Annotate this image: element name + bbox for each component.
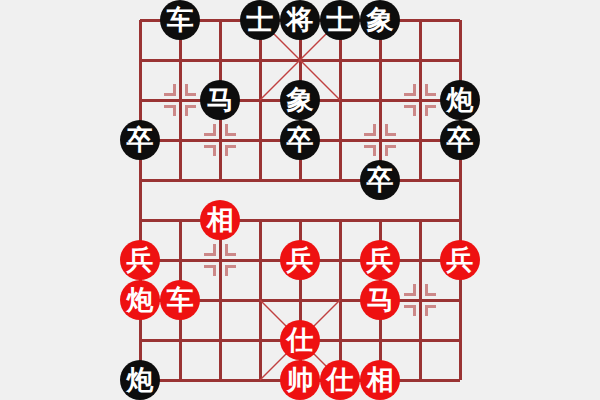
pieces-layer: 车士将士象马象炮卒卒卒卒炮相兵兵兵兵炮车马仕帅仕相	[120, 0, 480, 400]
xiangqi-board-screen: 车士将士象马象炮卒卒卒卒炮相兵兵兵兵炮车马仕帅仕相	[0, 0, 600, 400]
piece-red-general[interactable]: 帅	[280, 360, 320, 400]
piece-black-soldier[interactable]: 卒	[120, 120, 160, 160]
piece-black-soldier[interactable]: 卒	[440, 120, 480, 160]
piece-red-soldier[interactable]: 兵	[280, 240, 320, 280]
piece-black-horse[interactable]: 马	[200, 80, 240, 120]
piece-red-elephant[interactable]: 相	[200, 200, 240, 240]
piece-red-elephant[interactable]: 相	[360, 360, 400, 400]
piece-black-soldier[interactable]: 卒	[280, 120, 320, 160]
piece-black-chariot[interactable]: 车	[160, 0, 200, 40]
piece-red-cannon[interactable]: 炮	[120, 280, 160, 320]
piece-black-elephant[interactable]: 象	[280, 80, 320, 120]
piece-red-soldier[interactable]: 兵	[120, 240, 160, 280]
piece-red-soldier[interactable]: 兵	[360, 240, 400, 280]
piece-red-advisor[interactable]: 仕	[320, 360, 360, 400]
piece-black-elephant[interactable]: 象	[360, 0, 400, 40]
piece-red-advisor[interactable]: 仕	[280, 320, 320, 360]
piece-black-cannon[interactable]: 炮	[120, 360, 160, 400]
piece-black-advisor[interactable]: 士	[320, 0, 360, 40]
piece-black-advisor[interactable]: 士	[240, 0, 280, 40]
piece-black-general[interactable]: 将	[280, 0, 320, 40]
piece-red-soldier[interactable]: 兵	[440, 240, 480, 280]
piece-red-horse[interactable]: 马	[360, 280, 400, 320]
piece-black-cannon[interactable]: 炮	[440, 80, 480, 120]
piece-black-soldier[interactable]: 卒	[360, 160, 400, 200]
piece-red-chariot[interactable]: 车	[160, 280, 200, 320]
